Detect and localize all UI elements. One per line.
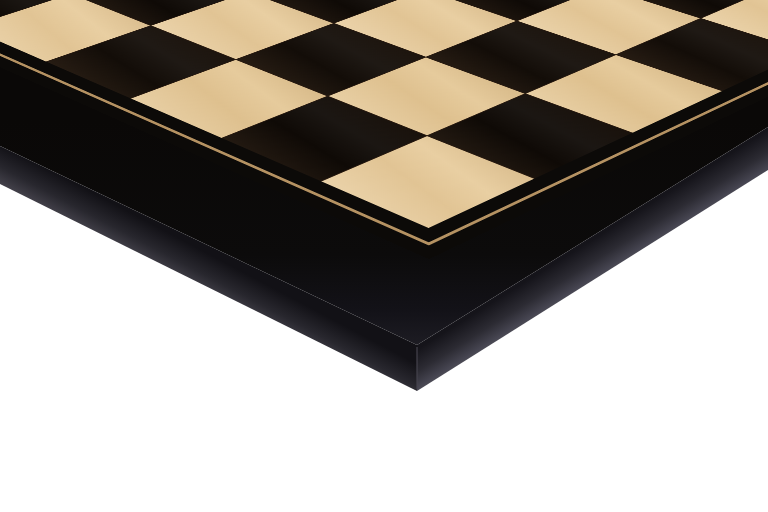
product-photo: [0, 0, 768, 512]
